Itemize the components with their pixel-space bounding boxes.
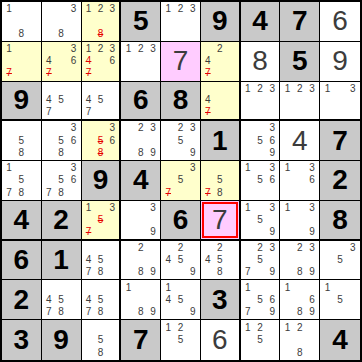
solved-digit: 6 — [332, 7, 348, 35]
candidate-8: 8 — [294, 266, 306, 278]
cell-r9c3[interactable]: 58 — [82, 320, 122, 360]
pencil-marks: 125 — [162, 321, 199, 359]
cell-r7c2[interactable]: 1 — [42, 241, 82, 281]
cell-r7c4[interactable]: 289 — [121, 241, 161, 281]
candidate-1: 1 — [3, 3, 15, 15]
candidate-3: 3 — [147, 43, 159, 55]
candidate-2: 2 — [254, 83, 266, 95]
given-digit: 4 — [133, 166, 149, 194]
candidate-8: 8 — [55, 187, 67, 199]
candidate-4: 4 — [83, 55, 95, 67]
candidate-7: 7 — [3, 67, 15, 79]
cell-r1c8[interactable]: 7 — [280, 2, 320, 42]
cell-r8c6[interactable]: 3 — [201, 280, 241, 320]
pencil-marks: 128 — [281, 321, 318, 359]
cell-r4c5[interactable]: 2359 — [161, 121, 201, 161]
candidate-9: 9 — [187, 266, 199, 278]
candidate-2: 2 — [294, 83, 306, 95]
given-digit: 9 — [14, 86, 30, 114]
candidate-1: 1 — [122, 281, 134, 293]
given-digit: 9 — [53, 326, 69, 354]
candidate-5: 5 — [254, 254, 266, 266]
cell-r8c8[interactable]: 1689 — [280, 280, 320, 320]
cell-r9c2[interactable]: 9 — [42, 320, 82, 360]
candidate-5: 5 — [334, 294, 347, 306]
solved-digit: 9 — [332, 47, 348, 75]
cell-r5c1[interactable]: 1578 — [2, 161, 42, 201]
pencil-marks: 39 — [122, 202, 159, 238]
candidate-5: 5 — [55, 294, 67, 306]
cell-r6c9[interactable]: 8 — [320, 201, 360, 241]
candidate-9: 9 — [147, 306, 159, 318]
cell-r5c6[interactable]: 578 — [201, 161, 241, 201]
given-digit: 1 — [212, 127, 228, 155]
candidate-9: 9 — [147, 147, 159, 159]
pencil-marks: 23579 — [242, 242, 279, 279]
candidate-4: 4 — [83, 94, 95, 106]
candidate-1: 1 — [281, 162, 293, 174]
candidate-1: 1 — [242, 162, 254, 174]
pencil-marks: 2389 — [281, 242, 318, 279]
cell-r3c4[interactable]: 6 — [121, 82, 161, 122]
candidate-1: 1 — [242, 202, 254, 214]
candidate-2: 2 — [135, 122, 147, 134]
candidate-8: 8 — [214, 266, 226, 278]
candidate-1: 1 — [122, 43, 134, 55]
candidate-5: 5 — [55, 174, 67, 186]
candidate-5: 5 — [254, 334, 266, 347]
solved-digit: 7 — [173, 47, 189, 75]
candidate-9: 9 — [306, 226, 318, 238]
candidate-1: 1 — [3, 162, 15, 174]
candidate-2: 2 — [294, 321, 306, 334]
cell-r9c7[interactable]: 125 — [241, 320, 281, 360]
candidate-5: 5 — [15, 135, 27, 147]
candidate-7: 7 — [43, 187, 55, 199]
cell-r6c1[interactable]: 4 — [2, 201, 42, 241]
candidate-4: 4 — [202, 94, 214, 106]
candidate-8: 8 — [94, 346, 106, 359]
candidate-1: 1 — [281, 202, 293, 214]
cell-r3c8[interactable]: 123 — [280, 82, 320, 122]
candidate-8: 8 — [214, 187, 226, 199]
given-digit: 9 — [212, 7, 228, 35]
cell-r1c9[interactable]: 6 — [320, 2, 360, 42]
candidate-9: 9 — [147, 266, 159, 278]
candidate-8: 8 — [55, 147, 67, 159]
cell-r6c8[interactable]: 139 — [280, 201, 320, 241]
cell-r1c7[interactable]: 4 — [241, 2, 281, 42]
candidate-7: 7 — [43, 306, 55, 318]
cell-r4c6[interactable]: 1 — [201, 121, 241, 161]
solved-digit: 7 — [212, 206, 228, 234]
cell-r6c2[interactable]: 2 — [42, 201, 82, 241]
candidate-3: 3 — [106, 122, 118, 134]
cell-r7c9[interactable]: 35 — [320, 241, 360, 281]
candidate-8: 8 — [15, 147, 27, 159]
candidate-8: 8 — [94, 28, 106, 40]
pencil-marks: 123 — [281, 83, 318, 119]
pencil-marks: 2359 — [162, 122, 199, 159]
given-digit: 3 — [212, 286, 228, 314]
cell-r7c8[interactable]: 2389 — [280, 241, 320, 281]
candidate-4: 4 — [162, 294, 174, 306]
candidate-8: 8 — [15, 28, 27, 40]
pencil-marks: 578 — [202, 162, 238, 199]
cell-r2c6[interactable]: 247 — [201, 42, 241, 82]
given-digit: 7 — [292, 7, 308, 35]
given-digit: 6 — [133, 86, 149, 114]
candidate-3: 3 — [266, 83, 278, 95]
pencil-marks: 3568 — [43, 122, 80, 159]
cell-r6c5[interactable]: 6 — [161, 201, 201, 241]
cell-r6c4[interactable]: 39 — [121, 201, 161, 241]
candidate-5: 5 — [94, 135, 106, 147]
pencil-marks: 2458 — [202, 242, 238, 279]
candidate-2: 2 — [174, 3, 186, 15]
candidate-1: 1 — [83, 3, 95, 15]
candidate-2: 2 — [214, 43, 226, 55]
pencil-marks: 58 — [83, 321, 119, 359]
candidate-3: 3 — [147, 122, 159, 134]
cell-r5c2[interactable]: 35678 — [42, 161, 82, 201]
candidate-2: 2 — [94, 43, 106, 55]
pencil-marks: 2389 — [122, 122, 159, 159]
candidate-7: 7 — [242, 266, 254, 278]
cell-r3c9[interactable]: 13 — [320, 82, 360, 122]
cell-r3c5[interactable]: 8 — [161, 82, 201, 122]
cell-r2c9[interactable]: 9 — [320, 42, 360, 82]
candidate-5: 5 — [174, 294, 186, 306]
candidate-7: 7 — [83, 306, 95, 318]
cell-r1c1[interactable]: 18 — [2, 2, 42, 42]
candidate-3: 3 — [106, 43, 118, 55]
cell-r9c8[interactable]: 128 — [280, 320, 320, 360]
candidate-9: 9 — [306, 266, 318, 278]
candidate-5: 5 — [214, 174, 226, 186]
candidate-3: 3 — [306, 83, 318, 95]
cell-r8c2[interactable]: 4578 — [42, 280, 82, 320]
cell-r4c3[interactable]: 3568 — [82, 121, 122, 161]
pencil-marks: 125 — [242, 321, 279, 359]
pencil-marks: 123 — [162, 3, 199, 40]
candidate-7: 7 — [83, 226, 95, 238]
candidate-2: 2 — [135, 242, 147, 254]
pencil-marks: 15679 — [242, 281, 279, 318]
candidate-8: 8 — [135, 266, 147, 278]
candidate-7: 7 — [202, 67, 214, 79]
candidate-3: 3 — [67, 162, 79, 174]
candidate-1: 1 — [281, 321, 293, 334]
cell-r3c2[interactable]: 457 — [42, 82, 82, 122]
candidate-9: 9 — [266, 226, 278, 238]
cell-r5c7[interactable]: 1356 — [241, 161, 281, 201]
solved-digit: 8 — [252, 47, 268, 75]
cell-r1c6[interactable]: 9 — [201, 2, 241, 42]
candidate-1: 1 — [281, 83, 293, 95]
candidate-6: 6 — [106, 55, 118, 67]
cell-r4c2[interactable]: 3568 — [42, 121, 82, 161]
cell-r5c4[interactable]: 4 — [121, 161, 161, 201]
cell-r2c4[interactable]: 123 — [121, 42, 161, 82]
cell-r7c1[interactable]: 6 — [2, 241, 42, 281]
cell-r7c7[interactable]: 23579 — [241, 241, 281, 281]
candidate-5: 5 — [174, 174, 186, 186]
cell-r5c3[interactable]: 9 — [82, 161, 122, 201]
candidate-8: 8 — [55, 28, 67, 40]
candidate-5: 5 — [55, 94, 67, 106]
cell-r9c6[interactable]: 6 — [201, 320, 241, 360]
candidate-7: 7 — [43, 67, 55, 79]
candidate-1: 1 — [321, 83, 334, 95]
cell-r3c7[interactable]: 123 — [241, 82, 281, 122]
cell-r4c9[interactable]: 7 — [320, 121, 360, 161]
candidate-6: 6 — [266, 294, 278, 306]
cell-r2c2[interactable]: 3467 — [42, 42, 82, 82]
candidate-3: 3 — [187, 162, 199, 174]
solved-digit: 6 — [212, 326, 228, 354]
candidate-9: 9 — [187, 147, 199, 159]
pencil-marks: 457 — [83, 83, 119, 119]
cell-r4c1[interactable]: 58 — [2, 121, 42, 161]
cell-r8c4[interactable]: 189 — [121, 280, 161, 320]
candidate-6: 6 — [306, 174, 318, 186]
candidate-8: 8 — [294, 346, 306, 359]
cell-r2c5[interactable]: 7 — [161, 42, 201, 82]
pencil-marks: 1689 — [281, 281, 318, 318]
cell-r7c3[interactable]: 4578 — [82, 241, 122, 281]
pencil-marks: 47 — [202, 83, 238, 119]
candidate-1: 1 — [83, 202, 95, 214]
candidate-1: 1 — [83, 43, 95, 55]
candidate-2: 2 — [254, 242, 266, 254]
pencil-marks: 189 — [122, 281, 159, 318]
pencil-marks: 3467 — [43, 43, 80, 80]
pencil-marks: 4578 — [43, 281, 80, 318]
candidate-7: 7 — [83, 106, 95, 118]
candidate-2: 2 — [135, 43, 147, 55]
cell-r3c1[interactable]: 9 — [2, 82, 42, 122]
cell-r4c8[interactable]: 4 — [280, 121, 320, 161]
given-digit: 5 — [133, 7, 149, 35]
pencil-marks: 1238 — [83, 3, 119, 40]
cell-r2c3[interactable]: 123467 — [82, 42, 122, 82]
cell-r7c6[interactable]: 2458 — [201, 241, 241, 281]
candidate-4: 4 — [162, 254, 174, 266]
pencil-marks: 3569 — [242, 122, 279, 159]
candidate-3: 3 — [266, 162, 278, 174]
pencil-marks: 457 — [43, 83, 80, 119]
candidate-1: 1 — [162, 321, 174, 334]
candidate-5: 5 — [94, 334, 106, 347]
pencil-marks: 1459 — [162, 281, 199, 318]
sudoku-board: 1838123851239476173467123467123724785994… — [0, 0, 362, 362]
cell-r8c7[interactable]: 15679 — [241, 280, 281, 320]
candidate-3: 3 — [67, 122, 79, 134]
candidate-2: 2 — [294, 242, 306, 254]
given-digit: 4 — [332, 326, 348, 354]
pencil-marks: 139 — [281, 202, 318, 238]
pencil-marks: 35 — [321, 242, 359, 279]
given-digit: 2 — [332, 166, 348, 194]
candidate-8: 8 — [15, 187, 27, 199]
cell-r9c9[interactable]: 4 — [320, 320, 360, 360]
candidate-3: 3 — [306, 162, 318, 174]
pencil-marks: 4578 — [83, 281, 119, 318]
candidate-6: 6 — [106, 135, 118, 147]
pencil-marks: 289 — [122, 242, 159, 279]
cell-r1c5[interactable]: 123 — [161, 2, 201, 42]
candidate-5: 5 — [94, 254, 106, 266]
candidate-8: 8 — [294, 306, 306, 318]
given-digit: 8 — [173, 86, 189, 114]
candidate-2: 2 — [254, 321, 266, 334]
candidate-5: 5 — [174, 254, 186, 266]
cell-r7c5[interactable]: 2459 — [161, 241, 201, 281]
cell-r6c7[interactable]: 1359 — [241, 201, 281, 241]
candidate-4: 4 — [202, 254, 214, 266]
pencil-marks: 123 — [122, 43, 159, 80]
cell-r9c1[interactable]: 3 — [2, 320, 42, 360]
cell-r8c3[interactable]: 4578 — [82, 280, 122, 320]
candidate-3: 3 — [266, 122, 278, 134]
cell-r3c6[interactable]: 47 — [201, 82, 241, 122]
candidate-3: 3 — [306, 242, 318, 254]
pencil-marks: 58 — [3, 122, 40, 159]
candidate-2: 2 — [94, 3, 106, 15]
candidate-5: 5 — [254, 214, 266, 226]
pencil-marks: 1356 — [242, 162, 279, 199]
pencil-marks: 3568 — [83, 122, 119, 159]
candidate-5: 5 — [94, 214, 106, 226]
candidate-8: 8 — [94, 147, 106, 159]
cell-r2c8[interactable]: 5 — [280, 42, 320, 82]
cell-r5c8[interactable]: 136 — [280, 161, 320, 201]
candidate-1: 1 — [162, 3, 174, 15]
candidate-3: 3 — [346, 83, 359, 95]
given-digit: 7 — [133, 326, 149, 354]
pencil-marks: 15 — [321, 281, 359, 318]
cell-r4c4[interactable]: 2389 — [121, 121, 161, 161]
given-digit: 6 — [173, 206, 189, 234]
candidate-3: 3 — [187, 3, 199, 15]
pencil-marks: 18 — [3, 3, 40, 40]
candidate-1: 1 — [242, 321, 254, 334]
candidate-9: 9 — [187, 306, 199, 318]
candidate-1: 1 — [162, 281, 174, 293]
candidate-5: 5 — [254, 174, 266, 186]
candidate-2: 2 — [174, 242, 186, 254]
cell-r1c2[interactable]: 38 — [42, 2, 82, 42]
pencil-marks: 1578 — [3, 162, 40, 199]
cell-r1c4[interactable]: 5 — [121, 2, 161, 42]
cell-r1c3[interactable]: 1238 — [82, 2, 122, 42]
pencil-marks: 2459 — [162, 242, 199, 279]
given-digit: 4 — [252, 7, 268, 35]
given-digit: 2 — [53, 206, 69, 234]
pencil-marks: 1359 — [242, 202, 279, 238]
candidate-3: 3 — [67, 3, 79, 15]
candidate-4: 4 — [43, 294, 55, 306]
given-digit: 6 — [14, 246, 30, 274]
given-digit: 1 — [53, 246, 69, 274]
candidate-5: 5 — [94, 294, 106, 306]
candidate-8: 8 — [135, 306, 147, 318]
candidate-1: 1 — [3, 43, 15, 55]
candidate-7: 7 — [202, 187, 214, 199]
given-digit: 7 — [332, 127, 348, 155]
cell-r8c1[interactable]: 2 — [2, 280, 42, 320]
cell-r2c7[interactable]: 8 — [241, 42, 281, 82]
candidate-5: 5 — [174, 334, 186, 347]
candidate-5: 5 — [174, 135, 186, 147]
candidate-7: 7 — [83, 67, 95, 79]
candidate-1: 1 — [281, 281, 293, 293]
candidate-9: 9 — [306, 306, 318, 318]
candidate-3: 3 — [67, 43, 79, 55]
candidate-3: 3 — [346, 242, 359, 254]
candidate-4: 4 — [83, 294, 95, 306]
candidate-9: 9 — [266, 306, 278, 318]
candidate-8: 8 — [94, 306, 106, 318]
cell-r4c7[interactable]: 3569 — [241, 121, 281, 161]
candidate-3: 3 — [266, 242, 278, 254]
cell-r5c9[interactable]: 2 — [320, 161, 360, 201]
cell-r9c4[interactable]: 7 — [121, 320, 161, 360]
candidate-5: 5 — [214, 254, 226, 266]
candidate-8: 8 — [135, 147, 147, 159]
candidate-2: 2 — [174, 122, 186, 134]
candidate-1: 1 — [321, 281, 334, 293]
pencil-marks: 357 — [162, 162, 199, 199]
candidate-4: 4 — [83, 254, 95, 266]
given-digit: 2 — [14, 286, 30, 314]
candidate-4: 4 — [202, 55, 214, 67]
pencil-marks: 38 — [43, 3, 80, 40]
candidate-6: 6 — [67, 55, 79, 67]
cell-r3c3[interactable]: 457 — [82, 82, 122, 122]
candidate-3: 3 — [106, 202, 118, 214]
candidate-1: 1 — [242, 83, 254, 95]
candidate-6: 6 — [306, 294, 318, 306]
pencil-marks: 4578 — [83, 242, 119, 279]
cell-r9c5[interactable]: 125 — [161, 320, 201, 360]
candidate-6: 6 — [266, 135, 278, 147]
cell-r6c6[interactable]: 7 — [201, 201, 241, 241]
pencil-marks: 136 — [281, 162, 318, 199]
cell-r5c5[interactable]: 357 — [161, 161, 201, 201]
cell-r8c5[interactable]: 1459 — [161, 280, 201, 320]
candidate-5: 5 — [254, 135, 266, 147]
pencil-marks: 35678 — [43, 162, 80, 199]
candidate-9: 9 — [266, 147, 278, 159]
candidate-4: 4 — [43, 55, 55, 67]
candidate-7: 7 — [242, 306, 254, 318]
candidate-5: 5 — [94, 94, 106, 106]
candidate-5: 5 — [254, 294, 266, 306]
cell-r8c9[interactable]: 15 — [320, 280, 360, 320]
candidate-2: 2 — [214, 242, 226, 254]
candidate-7: 7 — [43, 106, 55, 118]
cell-r6c3[interactable]: 1357 — [82, 201, 122, 241]
pencil-marks: 1357 — [83, 202, 119, 238]
candidate-2: 2 — [174, 321, 186, 334]
cell-r2c1[interactable]: 17 — [2, 42, 42, 82]
candidate-3: 3 — [266, 202, 278, 214]
candidate-9: 9 — [266, 266, 278, 278]
candidate-3: 3 — [187, 122, 199, 134]
candidate-7: 7 — [3, 187, 15, 199]
